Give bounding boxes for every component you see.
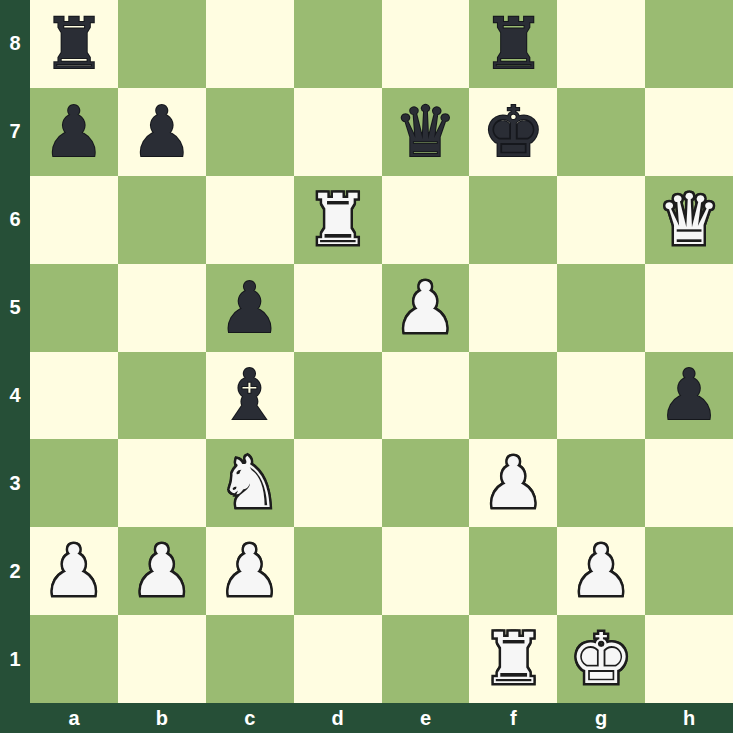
square-d5[interactable] — [294, 264, 382, 352]
black-pawn[interactable]: ♟︎♟︎ — [30, 88, 118, 176]
file-label-f: f — [469, 703, 557, 733]
square-e2[interactable] — [382, 527, 470, 615]
square-a3[interactable] — [30, 439, 118, 527]
square-h2[interactable] — [645, 527, 733, 615]
square-b8[interactable] — [118, 0, 206, 88]
black-pawn[interactable]: ♟︎♟︎ — [118, 88, 206, 176]
square-d2[interactable] — [294, 527, 382, 615]
square-c8[interactable] — [206, 0, 294, 88]
rank-label-7: 7 — [0, 88, 30, 176]
rank-label-6: 6 — [0, 176, 30, 264]
square-e1[interactable] — [382, 615, 470, 703]
white-pawn[interactable]: ♟︎♟︎ — [469, 439, 557, 527]
square-f5[interactable] — [469, 264, 557, 352]
rank-label-8: 8 — [0, 0, 30, 88]
white-queen[interactable]: ♛︎♛︎ — [645, 176, 733, 264]
file-label-b: b — [118, 703, 206, 733]
file-label-e: e — [382, 703, 470, 733]
square-b4[interactable] — [118, 352, 206, 440]
square-f3[interactable]: ♟︎♟︎ — [469, 439, 557, 527]
square-d7[interactable] — [294, 88, 382, 176]
square-a5[interactable] — [30, 264, 118, 352]
square-b5[interactable] — [118, 264, 206, 352]
white-pawn[interactable]: ♟︎♟︎ — [382, 264, 470, 352]
rank-label-1: 1 — [0, 615, 30, 703]
square-g4[interactable] — [557, 352, 645, 440]
square-a4[interactable] — [30, 352, 118, 440]
rank-label-4: 4 — [0, 352, 30, 440]
rank-label-5: 5 — [0, 264, 30, 352]
square-a2[interactable]: ♟︎♟︎ — [30, 527, 118, 615]
chess-board-frame: 87654321abcdefgh♜︎♜︎♜︎♜︎♟︎♟︎♟︎♟︎♛︎♛︎♚︎♚︎… — [0, 0, 733, 733]
square-h1[interactable] — [645, 615, 733, 703]
black-rook[interactable]: ♜︎♜︎ — [30, 0, 118, 88]
square-h4[interactable]: ♟︎♟︎ — [645, 352, 733, 440]
square-g3[interactable] — [557, 439, 645, 527]
rank-label-2: 2 — [0, 527, 30, 615]
file-label-h: h — [645, 703, 733, 733]
file-label-a: a — [30, 703, 118, 733]
rank-label-3: 3 — [0, 439, 30, 527]
square-b7[interactable]: ♟︎♟︎ — [118, 88, 206, 176]
square-g6[interactable] — [557, 176, 645, 264]
white-pawn[interactable]: ♟︎♟︎ — [206, 527, 294, 615]
square-c4[interactable]: ♝︎♝︎ — [206, 352, 294, 440]
square-b6[interactable] — [118, 176, 206, 264]
square-a8[interactable]: ♜︎♜︎ — [30, 0, 118, 88]
black-king[interactable]: ♚︎♚︎ — [469, 88, 557, 176]
square-d3[interactable] — [294, 439, 382, 527]
white-rook[interactable]: ♜︎♜︎ — [294, 176, 382, 264]
square-c5[interactable]: ♟︎♟︎ — [206, 264, 294, 352]
square-f8[interactable]: ♜︎♜︎ — [469, 0, 557, 88]
square-c1[interactable] — [206, 615, 294, 703]
square-c6[interactable] — [206, 176, 294, 264]
square-b2[interactable]: ♟︎♟︎ — [118, 527, 206, 615]
white-knight[interactable]: ♞︎♞︎ — [206, 439, 294, 527]
square-e6[interactable] — [382, 176, 470, 264]
square-c7[interactable] — [206, 88, 294, 176]
square-g8[interactable] — [557, 0, 645, 88]
white-pawn[interactable]: ♟︎♟︎ — [118, 527, 206, 615]
white-king[interactable]: ♚︎♚︎ — [557, 615, 645, 703]
square-a1[interactable] — [30, 615, 118, 703]
white-rook[interactable]: ♜︎♜︎ — [469, 615, 557, 703]
square-d1[interactable] — [294, 615, 382, 703]
square-a6[interactable] — [30, 176, 118, 264]
square-f2[interactable] — [469, 527, 557, 615]
file-label-c: c — [206, 703, 294, 733]
square-f4[interactable] — [469, 352, 557, 440]
square-b1[interactable] — [118, 615, 206, 703]
square-d6[interactable]: ♜︎♜︎ — [294, 176, 382, 264]
square-d4[interactable] — [294, 352, 382, 440]
black-pawn[interactable]: ♟︎♟︎ — [645, 352, 733, 440]
square-e3[interactable] — [382, 439, 470, 527]
square-h8[interactable] — [645, 0, 733, 88]
black-queen[interactable]: ♛︎♛︎ — [382, 88, 470, 176]
file-label-g: g — [557, 703, 645, 733]
square-h5[interactable] — [645, 264, 733, 352]
square-g7[interactable] — [557, 88, 645, 176]
white-pawn[interactable]: ♟︎♟︎ — [557, 527, 645, 615]
square-e8[interactable] — [382, 0, 470, 88]
square-e7[interactable]: ♛︎♛︎ — [382, 88, 470, 176]
file-label-d: d — [294, 703, 382, 733]
square-b3[interactable] — [118, 439, 206, 527]
square-h6[interactable]: ♛︎♛︎ — [645, 176, 733, 264]
square-a7[interactable]: ♟︎♟︎ — [30, 88, 118, 176]
white-pawn[interactable]: ♟︎♟︎ — [30, 527, 118, 615]
square-e4[interactable] — [382, 352, 470, 440]
square-c2[interactable]: ♟︎♟︎ — [206, 527, 294, 615]
square-f1[interactable]: ♜︎♜︎ — [469, 615, 557, 703]
square-f6[interactable] — [469, 176, 557, 264]
square-e5[interactable]: ♟︎♟︎ — [382, 264, 470, 352]
black-bishop[interactable]: ♝︎♝︎ — [206, 352, 294, 440]
square-g5[interactable] — [557, 264, 645, 352]
square-c3[interactable]: ♞︎♞︎ — [206, 439, 294, 527]
square-f7[interactable]: ♚︎♚︎ — [469, 88, 557, 176]
square-d8[interactable] — [294, 0, 382, 88]
square-g2[interactable]: ♟︎♟︎ — [557, 527, 645, 615]
black-pawn[interactable]: ♟︎♟︎ — [206, 264, 294, 352]
square-g1[interactable]: ♚︎♚︎ — [557, 615, 645, 703]
square-h7[interactable] — [645, 88, 733, 176]
square-h3[interactable] — [645, 439, 733, 527]
black-rook[interactable]: ♜︎♜︎ — [469, 0, 557, 88]
